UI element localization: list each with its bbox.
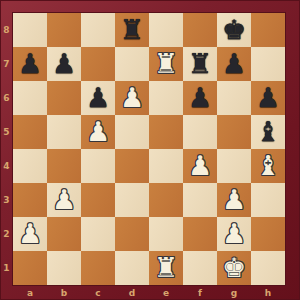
square-e2[interactable] bbox=[149, 217, 183, 251]
piece-white-pawn[interactable]: ♟ bbox=[120, 81, 144, 115]
piece-black-bishop[interactable]: ♝ bbox=[256, 115, 280, 149]
square-b6[interactable] bbox=[47, 81, 81, 115]
piece-black-rook[interactable]: ♜ bbox=[120, 13, 144, 47]
square-b4[interactable] bbox=[47, 149, 81, 183]
square-e3[interactable] bbox=[149, 183, 183, 217]
square-b8[interactable] bbox=[47, 13, 81, 47]
square-d5[interactable] bbox=[115, 115, 149, 149]
square-d3[interactable] bbox=[115, 183, 149, 217]
square-a5[interactable] bbox=[13, 115, 47, 149]
square-f6[interactable]: ♟ bbox=[183, 81, 217, 115]
file-label-a: a bbox=[13, 285, 47, 300]
square-a7[interactable]: ♟ bbox=[13, 47, 47, 81]
rank-label-2: 2 bbox=[0, 217, 13, 251]
piece-white-pawn[interactable]: ♟ bbox=[222, 183, 246, 217]
square-a6[interactable] bbox=[13, 81, 47, 115]
piece-white-king[interactable]: ♚ bbox=[222, 251, 246, 285]
square-b5[interactable] bbox=[47, 115, 81, 149]
rank-label-7: 7 bbox=[0, 47, 13, 81]
square-d8[interactable]: ♜ bbox=[115, 13, 149, 47]
square-b1[interactable] bbox=[47, 251, 81, 285]
file-label-d: d bbox=[115, 285, 149, 300]
square-d2[interactable] bbox=[115, 217, 149, 251]
square-a3[interactable] bbox=[13, 183, 47, 217]
square-b3[interactable]: ♟ bbox=[47, 183, 81, 217]
piece-black-king[interactable]: ♚ bbox=[222, 13, 246, 47]
square-g7[interactable]: ♟ bbox=[217, 47, 251, 81]
square-g5[interactable] bbox=[217, 115, 251, 149]
piece-black-pawn[interactable]: ♟ bbox=[86, 81, 110, 115]
square-f8[interactable] bbox=[183, 13, 217, 47]
piece-black-pawn[interactable]: ♟ bbox=[52, 47, 76, 81]
square-f7[interactable]: ♜ bbox=[183, 47, 217, 81]
square-a2[interactable]: ♟ bbox=[13, 217, 47, 251]
square-e8[interactable] bbox=[149, 13, 183, 47]
square-f1[interactable] bbox=[183, 251, 217, 285]
file-label-e: e bbox=[149, 285, 183, 300]
piece-black-pawn[interactable]: ♟ bbox=[18, 47, 42, 81]
square-g8[interactable]: ♚ bbox=[217, 13, 251, 47]
square-d7[interactable] bbox=[115, 47, 149, 81]
square-c4[interactable] bbox=[81, 149, 115, 183]
square-g6[interactable] bbox=[217, 81, 251, 115]
square-f3[interactable] bbox=[183, 183, 217, 217]
square-g1[interactable]: ♚ bbox=[217, 251, 251, 285]
square-e5[interactable] bbox=[149, 115, 183, 149]
piece-white-rook[interactable]: ♜ bbox=[154, 251, 178, 285]
square-h7[interactable] bbox=[251, 47, 285, 81]
rank-label-5: 5 bbox=[0, 115, 13, 149]
square-e1[interactable]: ♜ bbox=[149, 251, 183, 285]
piece-black-pawn[interactable]: ♟ bbox=[188, 81, 212, 115]
square-b2[interactable] bbox=[47, 217, 81, 251]
piece-black-pawn[interactable]: ♟ bbox=[222, 47, 246, 81]
square-c2[interactable] bbox=[81, 217, 115, 251]
chessboard: ♜♚♟♟♜♜♟♟♟♟♟♟♝♟♝♟♟♟♟♜♚ bbox=[13, 13, 285, 285]
rank-label-3: 3 bbox=[0, 183, 13, 217]
square-b7[interactable]: ♟ bbox=[47, 47, 81, 81]
square-g4[interactable] bbox=[217, 149, 251, 183]
rank-label-6: 6 bbox=[0, 81, 13, 115]
square-e7[interactable]: ♜ bbox=[149, 47, 183, 81]
square-a8[interactable] bbox=[13, 13, 47, 47]
square-c5[interactable]: ♟ bbox=[81, 115, 115, 149]
square-e4[interactable] bbox=[149, 149, 183, 183]
file-label-c: c bbox=[81, 285, 115, 300]
square-d1[interactable] bbox=[115, 251, 149, 285]
square-d6[interactable]: ♟ bbox=[115, 81, 149, 115]
square-f5[interactable] bbox=[183, 115, 217, 149]
rank-label-8: 8 bbox=[0, 13, 13, 47]
file-labels: abcdefgh bbox=[13, 285, 285, 300]
square-h2[interactable] bbox=[251, 217, 285, 251]
rank-label-1: 1 bbox=[0, 251, 13, 285]
square-c1[interactable] bbox=[81, 251, 115, 285]
file-label-f: f bbox=[183, 285, 217, 300]
square-h8[interactable] bbox=[251, 13, 285, 47]
piece-black-rook[interactable]: ♜ bbox=[188, 47, 212, 81]
square-h6[interactable]: ♟ bbox=[251, 81, 285, 115]
file-label-g: g bbox=[217, 285, 251, 300]
piece-white-pawn[interactable]: ♟ bbox=[52, 183, 76, 217]
file-label-h: h bbox=[251, 285, 285, 300]
piece-white-rook[interactable]: ♜ bbox=[154, 47, 178, 81]
square-h4[interactable]: ♝ bbox=[251, 149, 285, 183]
piece-white-pawn[interactable]: ♟ bbox=[222, 217, 246, 251]
piece-white-bishop[interactable]: ♝ bbox=[256, 149, 280, 183]
piece-black-pawn[interactable]: ♟ bbox=[256, 81, 280, 115]
square-f4[interactable]: ♟ bbox=[183, 149, 217, 183]
piece-white-pawn[interactable]: ♟ bbox=[188, 149, 212, 183]
square-c3[interactable] bbox=[81, 183, 115, 217]
square-f2[interactable] bbox=[183, 217, 217, 251]
chessboard-frame: ♜♚♟♟♜♜♟♟♟♟♟♟♝♟♝♟♟♟♟♜♚ 87654321 abcdefgh bbox=[0, 0, 300, 300]
rank-labels: 87654321 bbox=[0, 13, 13, 285]
file-label-b: b bbox=[47, 285, 81, 300]
piece-white-pawn[interactable]: ♟ bbox=[86, 115, 110, 149]
square-g3[interactable]: ♟ bbox=[217, 183, 251, 217]
square-a1[interactable] bbox=[13, 251, 47, 285]
rank-label-4: 4 bbox=[0, 149, 13, 183]
square-d4[interactable] bbox=[115, 149, 149, 183]
square-c6[interactable]: ♟ bbox=[81, 81, 115, 115]
square-a4[interactable] bbox=[13, 149, 47, 183]
square-h1[interactable] bbox=[251, 251, 285, 285]
square-h3[interactable] bbox=[251, 183, 285, 217]
square-e6[interactable] bbox=[149, 81, 183, 115]
square-c8[interactable] bbox=[81, 13, 115, 47]
square-c7[interactable] bbox=[81, 47, 115, 81]
square-h5[interactable]: ♝ bbox=[251, 115, 285, 149]
piece-white-pawn[interactable]: ♟ bbox=[18, 217, 42, 251]
square-g2[interactable]: ♟ bbox=[217, 217, 251, 251]
